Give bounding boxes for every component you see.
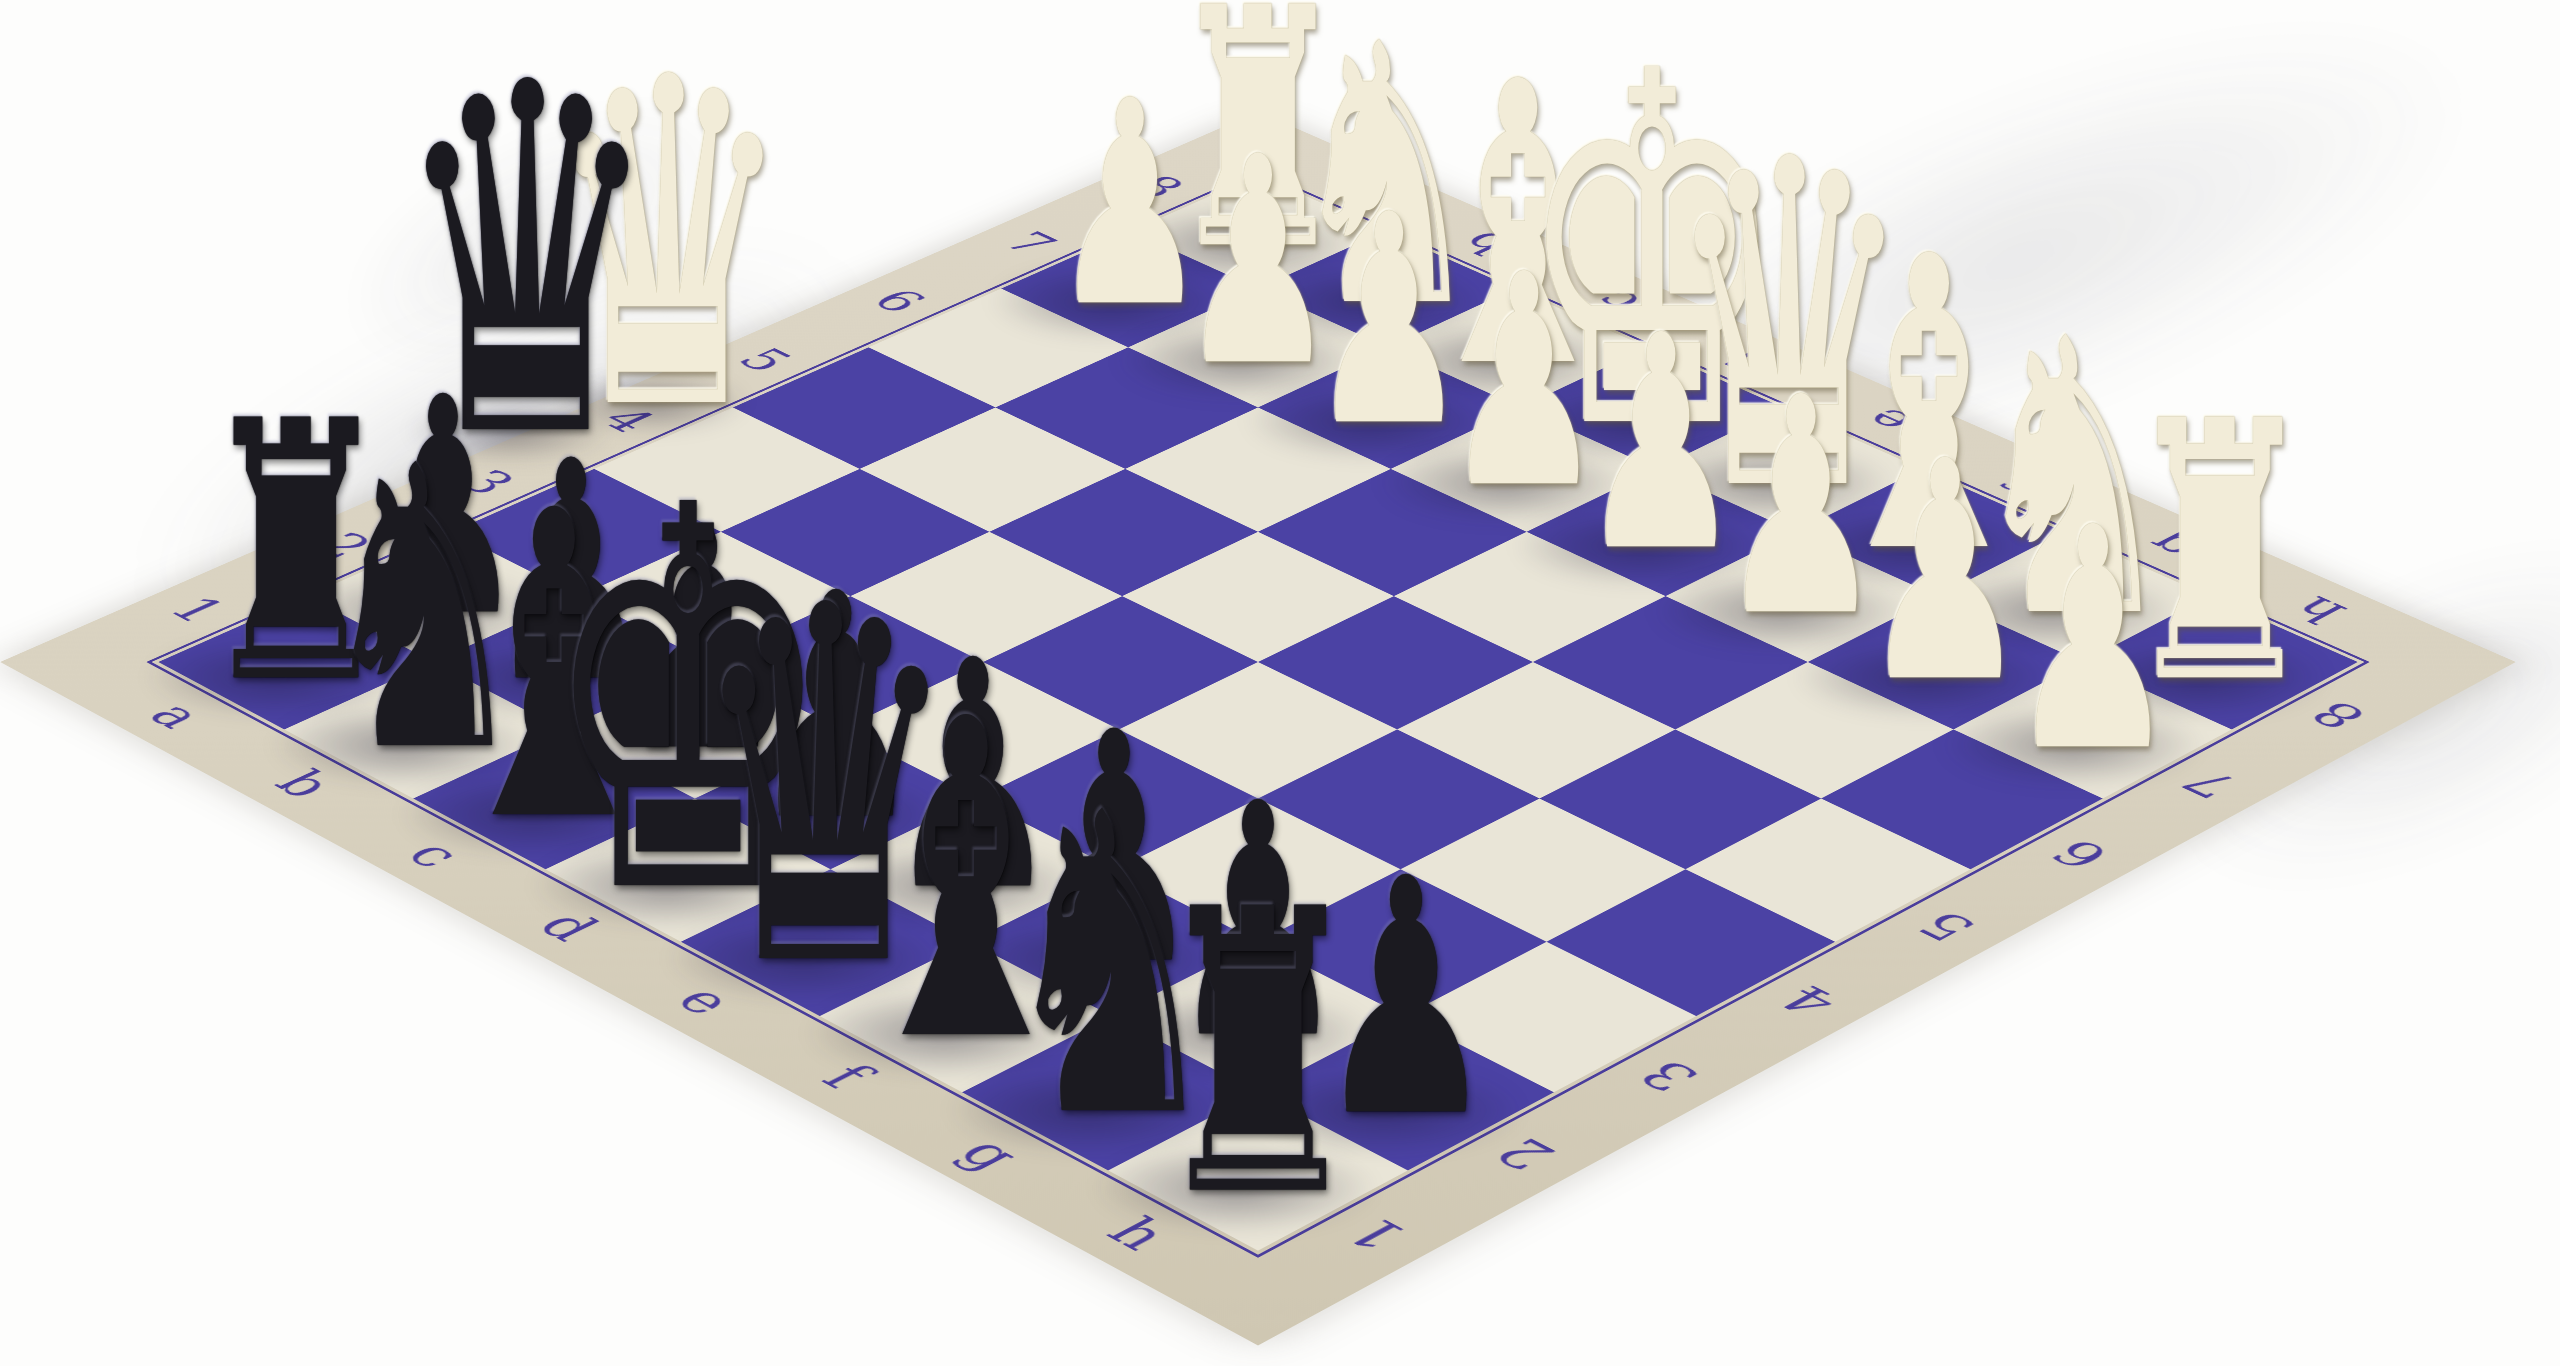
photo-stage: aabbccddeeffgghh1122334455667788 ♜︎♞︎♝︎♚… <box>0 0 2560 1366</box>
